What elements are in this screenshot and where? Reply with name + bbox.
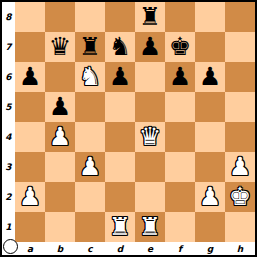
file-label-d: d	[105, 242, 135, 255]
white-pawn[interactable]: ♟	[49, 122, 71, 152]
square-a5[interactable]	[15, 92, 45, 122]
file-label-g: g	[195, 242, 225, 255]
square-b2[interactable]	[45, 182, 75, 212]
square-h1[interactable]	[225, 212, 255, 242]
black-pawn[interactable]: ♟	[49, 92, 71, 122]
black-pawn[interactable]: ♟	[199, 62, 221, 92]
black-pawn[interactable]: ♟	[169, 62, 191, 92]
rank-label-7: 7	[2, 32, 15, 62]
square-e8[interactable]: ♜	[135, 2, 165, 32]
square-g8[interactable]	[195, 2, 225, 32]
file-labels: abcdefgh	[15, 242, 255, 255]
square-d7[interactable]: ♞	[105, 32, 135, 62]
square-c6[interactable]: ♞	[75, 62, 105, 92]
black-rook[interactable]: ♜	[139, 2, 161, 32]
white-pawn[interactable]: ♟	[229, 152, 251, 182]
square-f4[interactable]	[165, 122, 195, 152]
square-g2[interactable]: ♟	[195, 182, 225, 212]
square-f6[interactable]: ♟	[165, 62, 195, 92]
black-queen[interactable]: ♛	[49, 32, 71, 62]
square-e7[interactable]: ♟	[135, 32, 165, 62]
black-rook[interactable]: ♜	[79, 32, 101, 62]
square-g6[interactable]: ♟	[195, 62, 225, 92]
square-c3[interactable]: ♟	[75, 152, 105, 182]
file-label-f: f	[165, 242, 195, 255]
rank-label-5: 5	[2, 92, 15, 122]
square-h8[interactable]	[225, 2, 255, 32]
square-d6[interactable]: ♟	[105, 62, 135, 92]
rank-label-3: 3	[2, 152, 15, 182]
square-d1[interactable]: ♜	[105, 212, 135, 242]
file-label-h: h	[225, 242, 255, 255]
square-c1[interactable]	[75, 212, 105, 242]
file-label-e: e	[135, 242, 165, 255]
white-pawn[interactable]: ♟	[19, 182, 41, 212]
rank-label-2: 2	[2, 182, 15, 212]
square-f7[interactable]: ♚	[165, 32, 195, 62]
white-pawn[interactable]: ♟	[199, 182, 221, 212]
square-a6[interactable]: ♟	[15, 62, 45, 92]
square-e2[interactable]	[135, 182, 165, 212]
square-a4[interactable]	[15, 122, 45, 152]
square-d5[interactable]	[105, 92, 135, 122]
square-f5[interactable]	[165, 92, 195, 122]
file-label-c: c	[75, 242, 105, 255]
square-h7[interactable]	[225, 32, 255, 62]
square-d2[interactable]	[105, 182, 135, 212]
square-h5[interactable]	[225, 92, 255, 122]
square-d8[interactable]	[105, 2, 135, 32]
chess-board[interactable]: ♜♛♜♞♟♚♟♞♟♟♟♟♟♛♟♟♟♟♚♜♜	[15, 2, 255, 242]
square-e6[interactable]	[135, 62, 165, 92]
black-knight[interactable]: ♞	[109, 32, 131, 62]
square-b1[interactable]	[45, 212, 75, 242]
square-c7[interactable]: ♜	[75, 32, 105, 62]
rank-label-6: 6	[2, 62, 15, 92]
black-pawn[interactable]: ♟	[109, 62, 131, 92]
square-e5[interactable]	[135, 92, 165, 122]
square-a2[interactable]: ♟	[15, 182, 45, 212]
square-h6[interactable]	[225, 62, 255, 92]
square-b6[interactable]	[45, 62, 75, 92]
square-g5[interactable]	[195, 92, 225, 122]
rank-label-8: 8	[2, 2, 15, 32]
file-label-b: b	[45, 242, 75, 255]
square-c8[interactable]	[75, 2, 105, 32]
square-c4[interactable]	[75, 122, 105, 152]
square-c2[interactable]	[75, 182, 105, 212]
square-e4[interactable]: ♛	[135, 122, 165, 152]
black-pawn[interactable]: ♟	[19, 62, 41, 92]
square-g1[interactable]	[195, 212, 225, 242]
square-e1[interactable]: ♜	[135, 212, 165, 242]
black-king[interactable]: ♚	[169, 32, 191, 62]
square-f1[interactable]	[165, 212, 195, 242]
square-c5[interactable]	[75, 92, 105, 122]
square-g3[interactable]	[195, 152, 225, 182]
white-rook[interactable]: ♜	[109, 212, 131, 242]
square-b8[interactable]	[45, 2, 75, 32]
square-b5[interactable]: ♟	[45, 92, 75, 122]
square-b4[interactable]: ♟	[45, 122, 75, 152]
square-a8[interactable]	[15, 2, 45, 32]
rank-labels: 87654321	[2, 2, 15, 242]
square-h4[interactable]	[225, 122, 255, 152]
white-queen[interactable]: ♛	[139, 122, 161, 152]
white-rook[interactable]: ♜	[139, 212, 161, 242]
square-e3[interactable]	[135, 152, 165, 182]
square-g7[interactable]	[195, 32, 225, 62]
square-b7[interactable]: ♛	[45, 32, 75, 62]
square-h3[interactable]: ♟	[225, 152, 255, 182]
square-h2[interactable]: ♚	[225, 182, 255, 212]
white-pawn[interactable]: ♟	[79, 152, 101, 182]
square-g4[interactable]	[195, 122, 225, 152]
square-a7[interactable]	[15, 32, 45, 62]
white-to-move-indicator	[3, 239, 18, 254]
square-f2[interactable]	[165, 182, 195, 212]
square-a3[interactable]	[15, 152, 45, 182]
chess-diagram: 87654321 ♜♛♜♞♟♚♟♞♟♟♟♟♟♛♟♟♟♟♚♜♜ abcdefgh	[0, 0, 257, 257]
square-b3[interactable]	[45, 152, 75, 182]
black-pawn[interactable]: ♟	[139, 32, 161, 62]
white-king[interactable]: ♚	[229, 182, 251, 212]
file-label-a: a	[15, 242, 45, 255]
square-f3[interactable]	[165, 152, 195, 182]
square-a1[interactable]	[15, 212, 45, 242]
square-d4[interactable]	[105, 122, 135, 152]
square-d3[interactable]	[105, 152, 135, 182]
rank-label-4: 4	[2, 122, 15, 152]
square-f8[interactable]	[165, 2, 195, 32]
rank-label-1: 1	[2, 212, 15, 242]
white-knight[interactable]: ♞	[79, 62, 101, 92]
side-to-move-corner	[2, 242, 15, 255]
